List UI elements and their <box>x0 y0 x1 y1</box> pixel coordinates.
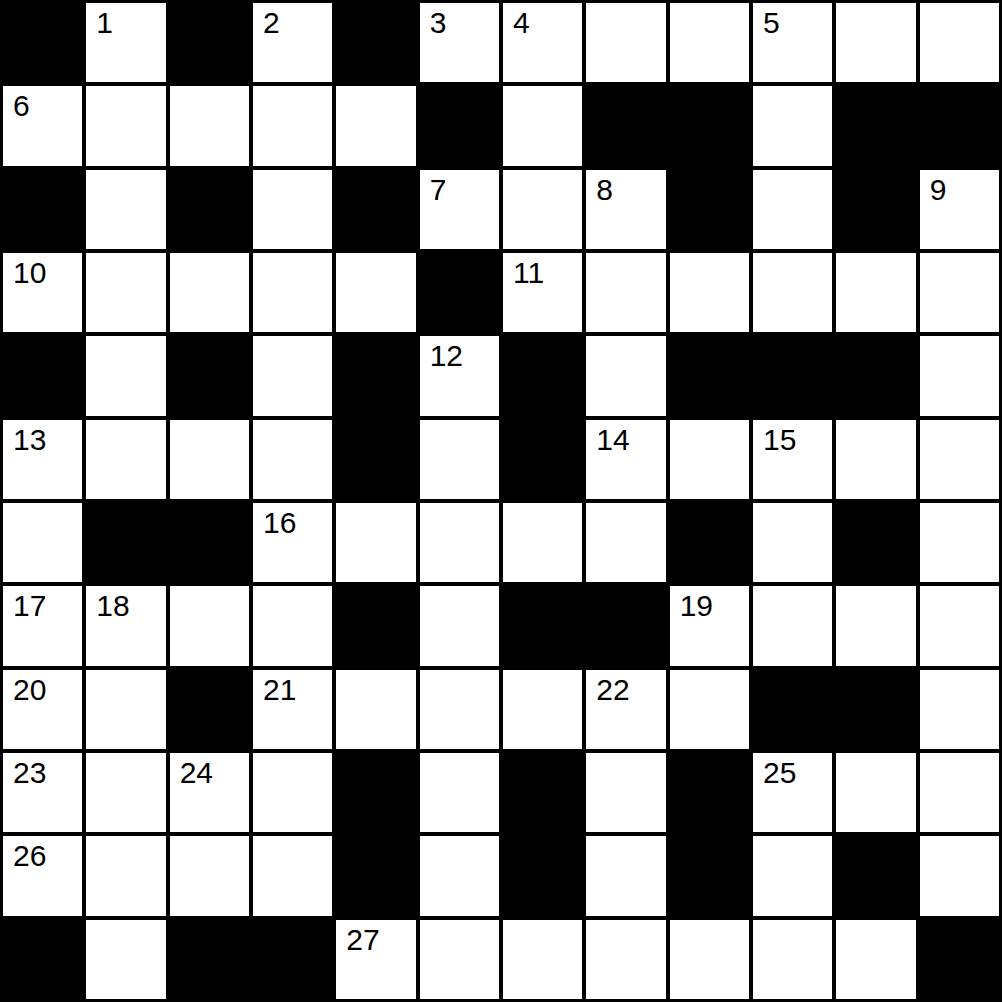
black-cell-r10c8 <box>670 836 749 915</box>
clue-number: 1 <box>96 8 113 38</box>
white-cell-r6c11[interactable] <box>920 503 999 582</box>
white-cell-r10c5[interactable] <box>420 836 499 915</box>
black-cell-r5c4 <box>336 420 415 499</box>
black-cell-r9c6 <box>503 753 582 832</box>
white-cell-r5c3[interactable] <box>253 420 332 499</box>
white-cell-r7c2[interactable] <box>170 586 249 665</box>
white-cell-r1c0[interactable]: 6 <box>3 86 82 165</box>
white-cell-r6c3[interactable]: 16 <box>253 503 332 582</box>
white-cell-r7c10[interactable] <box>836 586 915 665</box>
white-cell-r2c3[interactable] <box>253 170 332 249</box>
white-cell-r10c2[interactable] <box>170 836 249 915</box>
clue-number: 2 <box>263 8 280 38</box>
white-cell-r9c10[interactable] <box>836 753 915 832</box>
white-cell-r7c3[interactable] <box>253 586 332 665</box>
white-cell-r7c5[interactable] <box>420 586 499 665</box>
black-cell-r2c8 <box>670 170 749 249</box>
white-cell-r7c1[interactable]: 18 <box>86 586 165 665</box>
black-cell-r1c8 <box>670 86 749 165</box>
white-cell-r11c7[interactable] <box>586 920 665 999</box>
white-cell-r10c9[interactable] <box>753 836 832 915</box>
white-cell-r11c9[interactable] <box>753 920 832 999</box>
clue-number: 16 <box>263 508 296 538</box>
clue-number: 22 <box>596 675 629 705</box>
white-cell-r6c0[interactable] <box>3 503 82 582</box>
white-cell-r10c7[interactable] <box>586 836 665 915</box>
white-cell-r4c3[interactable] <box>253 336 332 415</box>
clue-number: 15 <box>763 425 796 455</box>
white-cell-r0c5[interactable]: 3 <box>420 3 499 82</box>
white-cell-r8c11[interactable] <box>920 670 999 749</box>
white-cell-r11c5[interactable] <box>420 920 499 999</box>
black-cell-r2c4 <box>336 170 415 249</box>
white-cell-r2c7[interactable]: 8 <box>586 170 665 249</box>
black-cell-r5c6 <box>503 420 582 499</box>
white-cell-r1c9[interactable] <box>753 86 832 165</box>
white-cell-r7c0[interactable]: 17 <box>3 586 82 665</box>
black-cell-r10c10 <box>836 836 915 915</box>
white-cell-r0c7[interactable] <box>586 3 665 82</box>
white-cell-r6c7[interactable] <box>586 503 665 582</box>
white-cell-r1c6[interactable] <box>503 86 582 165</box>
white-cell-r4c1[interactable] <box>86 336 165 415</box>
white-cell-r10c0[interactable]: 26 <box>3 836 82 915</box>
black-cell-r4c2 <box>170 336 249 415</box>
white-cell-r11c8[interactable] <box>670 920 749 999</box>
white-cell-r9c1[interactable] <box>86 753 165 832</box>
white-cell-r0c9[interactable]: 5 <box>753 3 832 82</box>
clue-number: 20 <box>13 675 46 705</box>
white-cell-r0c6[interactable]: 4 <box>503 3 582 82</box>
white-cell-r5c7[interactable]: 14 <box>586 420 665 499</box>
white-cell-r1c2[interactable] <box>170 86 249 165</box>
white-cell-r8c8[interactable] <box>670 670 749 749</box>
black-cell-r9c4 <box>336 753 415 832</box>
clue-number: 18 <box>96 591 129 621</box>
white-cell-r3c9[interactable] <box>753 253 832 332</box>
white-cell-r3c4[interactable] <box>336 253 415 332</box>
black-cell-r7c7 <box>586 586 665 665</box>
black-cell-r0c0 <box>3 3 82 82</box>
clue-number: 21 <box>263 675 296 705</box>
black-cell-r6c10 <box>836 503 915 582</box>
white-cell-r7c8[interactable]: 19 <box>670 586 749 665</box>
white-cell-r0c11[interactable] <box>920 3 999 82</box>
black-cell-r1c5 <box>420 86 499 165</box>
white-cell-r3c0[interactable]: 10 <box>3 253 82 332</box>
white-cell-r2c11[interactable]: 9 <box>920 170 999 249</box>
black-cell-r7c4 <box>336 586 415 665</box>
white-cell-r1c1[interactable] <box>86 86 165 165</box>
white-cell-r4c11[interactable] <box>920 336 999 415</box>
clue-number: 26 <box>13 841 46 871</box>
black-cell-r4c0 <box>3 336 82 415</box>
clue-number: 7 <box>430 175 447 205</box>
white-cell-r9c9[interactable]: 25 <box>753 753 832 832</box>
clue-number: 25 <box>763 758 796 788</box>
white-cell-r8c5[interactable] <box>420 670 499 749</box>
clue-number: 13 <box>13 425 46 455</box>
white-cell-r11c1[interactable] <box>86 920 165 999</box>
white-cell-r8c3[interactable]: 21 <box>253 670 332 749</box>
white-cell-r3c6[interactable]: 11 <box>503 253 582 332</box>
black-cell-r4c6 <box>503 336 582 415</box>
white-cell-r8c7[interactable]: 22 <box>586 670 665 749</box>
white-cell-r4c7[interactable] <box>586 336 665 415</box>
clue-number: 17 <box>13 591 46 621</box>
white-cell-r5c10[interactable] <box>836 420 915 499</box>
white-cell-r9c11[interactable] <box>920 753 999 832</box>
clue-number: 4 <box>513 8 530 38</box>
black-cell-r10c4 <box>336 836 415 915</box>
clue-number: 6 <box>13 91 30 121</box>
black-cell-r6c8 <box>670 503 749 582</box>
black-cell-r8c9 <box>753 670 832 749</box>
clue-number: 19 <box>680 591 713 621</box>
black-cell-r1c11 <box>920 86 999 165</box>
clue-number: 8 <box>596 175 613 205</box>
white-cell-r9c0[interactable]: 23 <box>3 753 82 832</box>
white-cell-r9c5[interactable] <box>420 753 499 832</box>
white-cell-r9c7[interactable] <box>586 753 665 832</box>
white-cell-r6c6[interactable] <box>503 503 582 582</box>
white-cell-r3c7[interactable] <box>586 253 665 332</box>
white-cell-r0c10[interactable] <box>836 3 915 82</box>
white-cell-r11c4[interactable]: 27 <box>336 920 415 999</box>
black-cell-r3c5 <box>420 253 499 332</box>
black-cell-r2c0 <box>3 170 82 249</box>
white-cell-r11c10[interactable] <box>836 920 915 999</box>
crossword-board: 1234567891011121314151617181920212223242… <box>0 0 1002 1002</box>
white-cell-r3c8[interactable] <box>670 253 749 332</box>
white-cell-r3c11[interactable] <box>920 253 999 332</box>
white-cell-r2c5[interactable]: 7 <box>420 170 499 249</box>
white-cell-r6c4[interactable] <box>336 503 415 582</box>
white-cell-r5c1[interactable] <box>86 420 165 499</box>
white-cell-r3c10[interactable] <box>836 253 915 332</box>
black-cell-r6c2 <box>170 503 249 582</box>
white-cell-r10c3[interactable] <box>253 836 332 915</box>
white-cell-r1c3[interactable] <box>253 86 332 165</box>
white-cell-r4c5[interactable]: 12 <box>420 336 499 415</box>
white-cell-r5c2[interactable] <box>170 420 249 499</box>
clue-number: 9 <box>930 175 947 205</box>
white-cell-r3c2[interactable] <box>170 253 249 332</box>
black-cell-r11c0 <box>3 920 82 999</box>
white-cell-r3c1[interactable] <box>86 253 165 332</box>
black-cell-r7c6 <box>503 586 582 665</box>
black-cell-r2c10 <box>836 170 915 249</box>
clue-number: 24 <box>180 758 213 788</box>
white-cell-r9c2[interactable]: 24 <box>170 753 249 832</box>
white-cell-r5c8[interactable] <box>670 420 749 499</box>
clue-number: 5 <box>763 8 780 38</box>
black-cell-r8c2 <box>170 670 249 749</box>
white-cell-r8c0[interactable]: 20 <box>3 670 82 749</box>
clue-number: 14 <box>596 425 629 455</box>
black-cell-r4c8 <box>670 336 749 415</box>
black-cell-r1c7 <box>586 86 665 165</box>
clue-number: 27 <box>346 925 379 955</box>
black-cell-r6c1 <box>86 503 165 582</box>
black-cell-r1c10 <box>836 86 915 165</box>
white-cell-r8c1[interactable] <box>86 670 165 749</box>
white-cell-r5c0[interactable]: 13 <box>3 420 82 499</box>
black-cell-r11c3 <box>253 920 332 999</box>
white-cell-r7c11[interactable] <box>920 586 999 665</box>
white-cell-r5c5[interactable] <box>420 420 499 499</box>
white-cell-r6c5[interactable] <box>420 503 499 582</box>
black-cell-r0c4 <box>336 3 415 82</box>
white-cell-r10c1[interactable] <box>86 836 165 915</box>
white-cell-r3c3[interactable] <box>253 253 332 332</box>
white-cell-r8c4[interactable] <box>336 670 415 749</box>
black-cell-r11c2 <box>170 920 249 999</box>
clue-number: 10 <box>13 258 46 288</box>
black-cell-r2c2 <box>170 170 249 249</box>
white-cell-r0c1[interactable]: 1 <box>86 3 165 82</box>
black-cell-r9c8 <box>670 753 749 832</box>
clue-number: 11 <box>513 258 544 288</box>
white-cell-r9c3[interactable] <box>253 753 332 832</box>
black-cell-r11c11 <box>920 920 999 999</box>
clue-number: 3 <box>430 8 447 38</box>
white-cell-r0c3[interactable]: 2 <box>253 3 332 82</box>
black-cell-r0c2 <box>170 3 249 82</box>
white-cell-r2c6[interactable] <box>503 170 582 249</box>
white-cell-r11c6[interactable] <box>503 920 582 999</box>
white-cell-r1c4[interactable] <box>336 86 415 165</box>
white-cell-r5c9[interactable]: 15 <box>753 420 832 499</box>
black-cell-r4c10 <box>836 336 915 415</box>
clue-number: 23 <box>13 758 46 788</box>
black-cell-r10c6 <box>503 836 582 915</box>
white-cell-r7c9[interactable] <box>753 586 832 665</box>
white-cell-r2c9[interactable] <box>753 170 832 249</box>
white-cell-r2c1[interactable] <box>86 170 165 249</box>
white-cell-r6c9[interactable] <box>753 503 832 582</box>
white-cell-r8c6[interactable] <box>503 670 582 749</box>
white-cell-r5c11[interactable] <box>920 420 999 499</box>
black-cell-r8c10 <box>836 670 915 749</box>
black-cell-r4c9 <box>753 336 832 415</box>
black-cell-r4c4 <box>336 336 415 415</box>
white-cell-r10c11[interactable] <box>920 836 999 915</box>
white-cell-r0c8[interactable] <box>670 3 749 82</box>
clue-number: 12 <box>430 341 463 371</box>
